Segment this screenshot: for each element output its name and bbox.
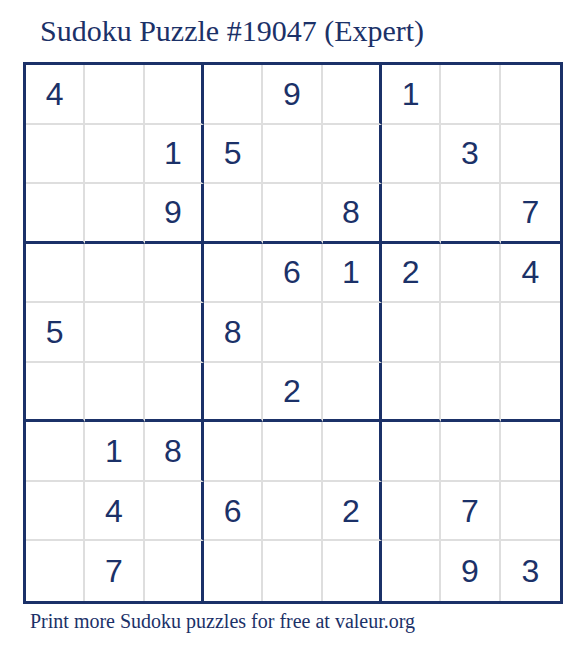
- cell-r2c2[interactable]: [85, 125, 144, 185]
- cell-r2c8[interactable]: 3: [441, 125, 500, 185]
- cell-r4c2[interactable]: [85, 244, 144, 304]
- cell-r5c1[interactable]: 5: [26, 303, 85, 363]
- cell-r7c4[interactable]: [204, 422, 263, 482]
- cell-r5c2[interactable]: [85, 303, 144, 363]
- cell-r7c8[interactable]: [441, 422, 500, 482]
- cell-r1c9[interactable]: [501, 65, 560, 125]
- cell-r4c5[interactable]: 6: [263, 244, 322, 304]
- cell-r1c2[interactable]: [85, 65, 144, 125]
- cell-r1c6[interactable]: [323, 65, 382, 125]
- cell-r6c7[interactable]: [382, 363, 441, 423]
- cell-r3c2[interactable]: [85, 184, 144, 244]
- cell-r1c7[interactable]: 1: [382, 65, 441, 125]
- cell-r5c3[interactable]: [145, 303, 204, 363]
- cell-r9c6[interactable]: [323, 541, 382, 601]
- cell-r8c5[interactable]: [263, 482, 322, 542]
- cell-r6c3[interactable]: [145, 363, 204, 423]
- cell-r7c2[interactable]: 1: [85, 422, 144, 482]
- cell-r9c3[interactable]: [145, 541, 204, 601]
- cell-r8c4[interactable]: 6: [204, 482, 263, 542]
- cell-r2c6[interactable]: [323, 125, 382, 185]
- cell-r1c4[interactable]: [204, 65, 263, 125]
- cell-r2c3[interactable]: 1: [145, 125, 204, 185]
- cell-r4c6[interactable]: 1: [323, 244, 382, 304]
- cell-r9c4[interactable]: [204, 541, 263, 601]
- cell-r2c1[interactable]: [26, 125, 85, 185]
- cell-r3c9[interactable]: 7: [501, 184, 560, 244]
- cell-r6c8[interactable]: [441, 363, 500, 423]
- cell-r4c1[interactable]: [26, 244, 85, 304]
- cell-r4c8[interactable]: [441, 244, 500, 304]
- cell-r9c7[interactable]: [382, 541, 441, 601]
- cell-r8c1[interactable]: [26, 482, 85, 542]
- cell-r3c8[interactable]: [441, 184, 500, 244]
- cell-r9c8[interactable]: 9: [441, 541, 500, 601]
- cell-r9c9[interactable]: 3: [501, 541, 560, 601]
- cell-r1c5[interactable]: 9: [263, 65, 322, 125]
- page-title: Sudoku Puzzle #19047 (Expert): [40, 14, 424, 48]
- cell-r5c7[interactable]: [382, 303, 441, 363]
- cell-r6c2[interactable]: [85, 363, 144, 423]
- cell-r9c2[interactable]: 7: [85, 541, 144, 601]
- cell-r1c1[interactable]: 4: [26, 65, 85, 125]
- cell-r3c7[interactable]: [382, 184, 441, 244]
- footer-text: Print more Sudoku puzzles for free at va…: [30, 610, 415, 633]
- cell-r4c4[interactable]: [204, 244, 263, 304]
- cell-r7c6[interactable]: [323, 422, 382, 482]
- cell-r5c5[interactable]: [263, 303, 322, 363]
- cell-r3c5[interactable]: [263, 184, 322, 244]
- cell-r7c3[interactable]: 8: [145, 422, 204, 482]
- cell-r5c4[interactable]: 8: [204, 303, 263, 363]
- cell-r2c4[interactable]: 5: [204, 125, 263, 185]
- cell-r1c3[interactable]: [145, 65, 204, 125]
- cell-r6c9[interactable]: [501, 363, 560, 423]
- cell-r8c9[interactable]: [501, 482, 560, 542]
- cell-r8c6[interactable]: 2: [323, 482, 382, 542]
- cell-r7c7[interactable]: [382, 422, 441, 482]
- cell-r2c9[interactable]: [501, 125, 560, 185]
- sudoku-board: 4911539876124582184627793: [23, 62, 563, 604]
- cell-r6c1[interactable]: [26, 363, 85, 423]
- cell-r9c1[interactable]: [26, 541, 85, 601]
- cell-r6c4[interactable]: [204, 363, 263, 423]
- cell-r9c5[interactable]: [263, 541, 322, 601]
- cell-r7c5[interactable]: [263, 422, 322, 482]
- cell-r5c6[interactable]: [323, 303, 382, 363]
- cell-r2c7[interactable]: [382, 125, 441, 185]
- cell-r1c8[interactable]: [441, 65, 500, 125]
- sudoku-page: Sudoku Puzzle #19047 (Expert) 4911539876…: [0, 0, 580, 651]
- cell-r6c6[interactable]: [323, 363, 382, 423]
- cell-r3c4[interactable]: [204, 184, 263, 244]
- cell-r5c8[interactable]: [441, 303, 500, 363]
- cell-r3c6[interactable]: 8: [323, 184, 382, 244]
- cell-r8c8[interactable]: 7: [441, 482, 500, 542]
- cell-r3c1[interactable]: [26, 184, 85, 244]
- cell-r8c7[interactable]: [382, 482, 441, 542]
- cell-r4c7[interactable]: 2: [382, 244, 441, 304]
- cell-r8c3[interactable]: [145, 482, 204, 542]
- cell-r2c5[interactable]: [263, 125, 322, 185]
- cell-r5c9[interactable]: [501, 303, 560, 363]
- cell-r4c3[interactable]: [145, 244, 204, 304]
- cell-r8c2[interactable]: 4: [85, 482, 144, 542]
- cell-r6c5[interactable]: 2: [263, 363, 322, 423]
- cell-r7c1[interactable]: [26, 422, 85, 482]
- cell-r7c9[interactable]: [501, 422, 560, 482]
- cell-r4c9[interactable]: 4: [501, 244, 560, 304]
- cell-r3c3[interactable]: 9: [145, 184, 204, 244]
